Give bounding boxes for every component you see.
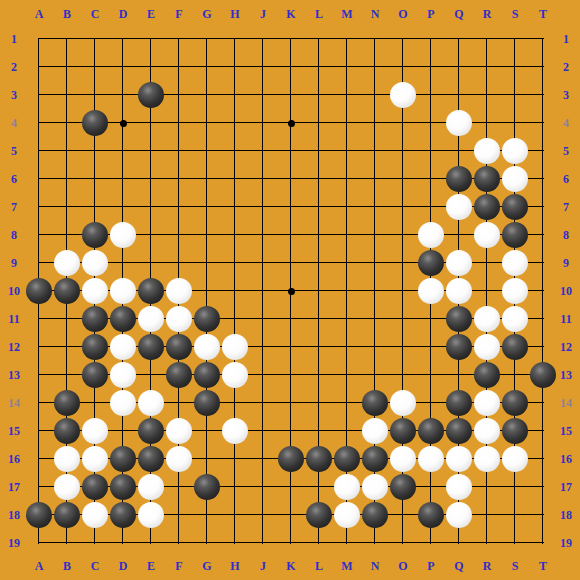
- intersection-D10[interactable]: [109, 277, 137, 305]
- intersection-Q15[interactable]: [445, 417, 473, 445]
- intersection-Q11[interactable]: [445, 305, 473, 333]
- intersection-M9[interactable]: [333, 249, 361, 277]
- intersection-G9[interactable]: [193, 249, 221, 277]
- intersection-J17[interactable]: [249, 473, 277, 501]
- intersection-R19[interactable]: [473, 529, 501, 557]
- intersection-J10[interactable]: [249, 277, 277, 305]
- intersection-D14[interactable]: [109, 389, 137, 417]
- intersection-D6[interactable]: [109, 165, 137, 193]
- intersection-B13[interactable]: [53, 361, 81, 389]
- intersection-K9[interactable]: [277, 249, 305, 277]
- intersection-K2[interactable]: [277, 53, 305, 81]
- intersection-D4[interactable]: [109, 109, 137, 137]
- intersection-M17[interactable]: [333, 473, 361, 501]
- intersection-B18[interactable]: [53, 501, 81, 529]
- intersection-T19[interactable]: [529, 529, 557, 557]
- intersection-L14[interactable]: [305, 389, 333, 417]
- intersection-G11[interactable]: [193, 305, 221, 333]
- intersection-C4[interactable]: [81, 109, 109, 137]
- intersection-N15[interactable]: [361, 417, 389, 445]
- intersection-M11[interactable]: [333, 305, 361, 333]
- intersection-A6[interactable]: [25, 165, 53, 193]
- intersection-M12[interactable]: [333, 333, 361, 361]
- intersection-L2[interactable]: [305, 53, 333, 81]
- intersection-M2[interactable]: [333, 53, 361, 81]
- intersection-M13[interactable]: [333, 361, 361, 389]
- intersection-E4[interactable]: [137, 109, 165, 137]
- intersection-K11[interactable]: [277, 305, 305, 333]
- intersection-S1[interactable]: [501, 25, 529, 53]
- intersection-R6[interactable]: [473, 165, 501, 193]
- intersection-O3[interactable]: [389, 81, 417, 109]
- intersection-H6[interactable]: [221, 165, 249, 193]
- intersection-G12[interactable]: [193, 333, 221, 361]
- intersection-K18[interactable]: [277, 501, 305, 529]
- intersection-E7[interactable]: [137, 193, 165, 221]
- intersection-O13[interactable]: [389, 361, 417, 389]
- intersection-H16[interactable]: [221, 445, 249, 473]
- intersection-Q9[interactable]: [445, 249, 473, 277]
- intersection-N9[interactable]: [361, 249, 389, 277]
- intersection-G3[interactable]: [193, 81, 221, 109]
- intersection-N12[interactable]: [361, 333, 389, 361]
- intersection-M14[interactable]: [333, 389, 361, 417]
- intersection-O16[interactable]: [389, 445, 417, 473]
- intersection-S10[interactable]: [501, 277, 529, 305]
- intersection-T11[interactable]: [529, 305, 557, 333]
- intersection-N8[interactable]: [361, 221, 389, 249]
- intersection-S17[interactable]: [501, 473, 529, 501]
- intersection-G13[interactable]: [193, 361, 221, 389]
- intersection-M3[interactable]: [333, 81, 361, 109]
- intersection-L6[interactable]: [305, 165, 333, 193]
- intersection-A13[interactable]: [25, 361, 53, 389]
- intersection-P3[interactable]: [417, 81, 445, 109]
- intersection-R2[interactable]: [473, 53, 501, 81]
- intersection-R15[interactable]: [473, 417, 501, 445]
- intersection-J14[interactable]: [249, 389, 277, 417]
- intersection-R18[interactable]: [473, 501, 501, 529]
- intersection-S14[interactable]: [501, 389, 529, 417]
- intersection-P10[interactable]: [417, 277, 445, 305]
- intersection-K1[interactable]: [277, 25, 305, 53]
- intersection-B9[interactable]: [53, 249, 81, 277]
- intersection-F15[interactable]: [165, 417, 193, 445]
- intersection-F18[interactable]: [165, 501, 193, 529]
- intersection-T9[interactable]: [529, 249, 557, 277]
- intersection-R12[interactable]: [473, 333, 501, 361]
- intersection-P9[interactable]: [417, 249, 445, 277]
- intersection-B7[interactable]: [53, 193, 81, 221]
- intersection-T3[interactable]: [529, 81, 557, 109]
- intersection-N4[interactable]: [361, 109, 389, 137]
- intersection-R5[interactable]: [473, 137, 501, 165]
- intersection-H15[interactable]: [221, 417, 249, 445]
- intersection-N11[interactable]: [361, 305, 389, 333]
- intersection-K17[interactable]: [277, 473, 305, 501]
- intersection-L7[interactable]: [305, 193, 333, 221]
- intersection-E5[interactable]: [137, 137, 165, 165]
- intersection-L16[interactable]: [305, 445, 333, 473]
- intersection-R16[interactable]: [473, 445, 501, 473]
- intersection-F19[interactable]: [165, 529, 193, 557]
- intersection-P6[interactable]: [417, 165, 445, 193]
- intersection-J2[interactable]: [249, 53, 277, 81]
- intersection-C6[interactable]: [81, 165, 109, 193]
- intersection-Q1[interactable]: [445, 25, 473, 53]
- intersection-C2[interactable]: [81, 53, 109, 81]
- intersection-C1[interactable]: [81, 25, 109, 53]
- intersection-N18[interactable]: [361, 501, 389, 529]
- intersection-F6[interactable]: [165, 165, 193, 193]
- intersection-S8[interactable]: [501, 221, 529, 249]
- intersection-S6[interactable]: [501, 165, 529, 193]
- intersection-L9[interactable]: [305, 249, 333, 277]
- intersection-D2[interactable]: [109, 53, 137, 81]
- intersection-H12[interactable]: [221, 333, 249, 361]
- intersection-R3[interactable]: [473, 81, 501, 109]
- intersection-D9[interactable]: [109, 249, 137, 277]
- intersection-F3[interactable]: [165, 81, 193, 109]
- intersection-O8[interactable]: [389, 221, 417, 249]
- intersection-N16[interactable]: [361, 445, 389, 473]
- intersection-G14[interactable]: [193, 389, 221, 417]
- intersection-R8[interactable]: [473, 221, 501, 249]
- intersection-T6[interactable]: [529, 165, 557, 193]
- intersection-F4[interactable]: [165, 109, 193, 137]
- intersection-L4[interactable]: [305, 109, 333, 137]
- intersection-T7[interactable]: [529, 193, 557, 221]
- intersection-A11[interactable]: [25, 305, 53, 333]
- intersection-D18[interactable]: [109, 501, 137, 529]
- intersection-C13[interactable]: [81, 361, 109, 389]
- intersection-T4[interactable]: [529, 109, 557, 137]
- intersection-O14[interactable]: [389, 389, 417, 417]
- intersection-S12[interactable]: [501, 333, 529, 361]
- intersection-O17[interactable]: [389, 473, 417, 501]
- intersection-N2[interactable]: [361, 53, 389, 81]
- intersection-O1[interactable]: [389, 25, 417, 53]
- intersection-P7[interactable]: [417, 193, 445, 221]
- intersection-T16[interactable]: [529, 445, 557, 473]
- intersection-C17[interactable]: [81, 473, 109, 501]
- intersection-O4[interactable]: [389, 109, 417, 137]
- intersection-L11[interactable]: [305, 305, 333, 333]
- intersection-H19[interactable]: [221, 529, 249, 557]
- intersection-M7[interactable]: [333, 193, 361, 221]
- intersection-G18[interactable]: [193, 501, 221, 529]
- intersection-R9[interactable]: [473, 249, 501, 277]
- intersection-E1[interactable]: [137, 25, 165, 53]
- intersection-D11[interactable]: [109, 305, 137, 333]
- intersection-B15[interactable]: [53, 417, 81, 445]
- intersection-J18[interactable]: [249, 501, 277, 529]
- intersection-A1[interactable]: [25, 25, 53, 53]
- intersection-O18[interactable]: [389, 501, 417, 529]
- intersection-A12[interactable]: [25, 333, 53, 361]
- intersection-H1[interactable]: [221, 25, 249, 53]
- intersection-P16[interactable]: [417, 445, 445, 473]
- intersection-P12[interactable]: [417, 333, 445, 361]
- intersection-J3[interactable]: [249, 81, 277, 109]
- intersection-M18[interactable]: [333, 501, 361, 529]
- intersection-O19[interactable]: [389, 529, 417, 557]
- intersection-K8[interactable]: [277, 221, 305, 249]
- intersection-B3[interactable]: [53, 81, 81, 109]
- intersection-P13[interactable]: [417, 361, 445, 389]
- intersection-M6[interactable]: [333, 165, 361, 193]
- intersection-F8[interactable]: [165, 221, 193, 249]
- intersection-A16[interactable]: [25, 445, 53, 473]
- intersection-F9[interactable]: [165, 249, 193, 277]
- intersection-N17[interactable]: [361, 473, 389, 501]
- intersection-Q13[interactable]: [445, 361, 473, 389]
- intersection-M16[interactable]: [333, 445, 361, 473]
- intersection-P5[interactable]: [417, 137, 445, 165]
- intersection-H2[interactable]: [221, 53, 249, 81]
- intersection-J11[interactable]: [249, 305, 277, 333]
- intersection-G16[interactable]: [193, 445, 221, 473]
- intersection-D5[interactable]: [109, 137, 137, 165]
- intersection-K16[interactable]: [277, 445, 305, 473]
- intersection-S18[interactable]: [501, 501, 529, 529]
- intersection-G8[interactable]: [193, 221, 221, 249]
- intersection-A5[interactable]: [25, 137, 53, 165]
- intersection-T2[interactable]: [529, 53, 557, 81]
- intersection-H4[interactable]: [221, 109, 249, 137]
- intersection-K14[interactable]: [277, 389, 305, 417]
- intersection-E16[interactable]: [137, 445, 165, 473]
- intersection-B16[interactable]: [53, 445, 81, 473]
- intersection-A7[interactable]: [25, 193, 53, 221]
- intersection-T10[interactable]: [529, 277, 557, 305]
- intersection-Q3[interactable]: [445, 81, 473, 109]
- intersection-K4[interactable]: [277, 109, 305, 137]
- intersection-C15[interactable]: [81, 417, 109, 445]
- intersection-G7[interactable]: [193, 193, 221, 221]
- intersection-C9[interactable]: [81, 249, 109, 277]
- intersection-J7[interactable]: [249, 193, 277, 221]
- intersection-J6[interactable]: [249, 165, 277, 193]
- intersection-M15[interactable]: [333, 417, 361, 445]
- intersection-A2[interactable]: [25, 53, 53, 81]
- intersection-S9[interactable]: [501, 249, 529, 277]
- intersection-Q8[interactable]: [445, 221, 473, 249]
- intersection-E2[interactable]: [137, 53, 165, 81]
- intersection-J5[interactable]: [249, 137, 277, 165]
- intersection-A17[interactable]: [25, 473, 53, 501]
- intersection-K13[interactable]: [277, 361, 305, 389]
- intersection-O9[interactable]: [389, 249, 417, 277]
- intersection-P15[interactable]: [417, 417, 445, 445]
- intersection-H17[interactable]: [221, 473, 249, 501]
- intersection-B8[interactable]: [53, 221, 81, 249]
- intersection-A14[interactable]: [25, 389, 53, 417]
- intersection-Q2[interactable]: [445, 53, 473, 81]
- intersection-N10[interactable]: [361, 277, 389, 305]
- intersection-D8[interactable]: [109, 221, 137, 249]
- intersection-J15[interactable]: [249, 417, 277, 445]
- intersection-T8[interactable]: [529, 221, 557, 249]
- intersection-D3[interactable]: [109, 81, 137, 109]
- intersection-P8[interactable]: [417, 221, 445, 249]
- intersection-L12[interactable]: [305, 333, 333, 361]
- intersection-R13[interactable]: [473, 361, 501, 389]
- intersection-B17[interactable]: [53, 473, 81, 501]
- intersection-A10[interactable]: [25, 277, 53, 305]
- intersection-C16[interactable]: [81, 445, 109, 473]
- intersection-D7[interactable]: [109, 193, 137, 221]
- intersection-E9[interactable]: [137, 249, 165, 277]
- intersection-H8[interactable]: [221, 221, 249, 249]
- intersection-C12[interactable]: [81, 333, 109, 361]
- intersection-G1[interactable]: [193, 25, 221, 53]
- intersection-B2[interactable]: [53, 53, 81, 81]
- intersection-Q4[interactable]: [445, 109, 473, 137]
- intersection-T12[interactable]: [529, 333, 557, 361]
- intersection-L5[interactable]: [305, 137, 333, 165]
- intersection-A18[interactable]: [25, 501, 53, 529]
- intersection-C19[interactable]: [81, 529, 109, 557]
- intersection-F14[interactable]: [165, 389, 193, 417]
- intersection-F5[interactable]: [165, 137, 193, 165]
- intersection-N13[interactable]: [361, 361, 389, 389]
- intersection-T17[interactable]: [529, 473, 557, 501]
- intersection-M4[interactable]: [333, 109, 361, 137]
- intersection-L13[interactable]: [305, 361, 333, 389]
- intersection-Q19[interactable]: [445, 529, 473, 557]
- intersection-L18[interactable]: [305, 501, 333, 529]
- intersection-Q17[interactable]: [445, 473, 473, 501]
- intersection-T18[interactable]: [529, 501, 557, 529]
- intersection-J9[interactable]: [249, 249, 277, 277]
- intersection-R1[interactable]: [473, 25, 501, 53]
- intersection-S3[interactable]: [501, 81, 529, 109]
- intersection-H7[interactable]: [221, 193, 249, 221]
- intersection-B10[interactable]: [53, 277, 81, 305]
- intersection-Q12[interactable]: [445, 333, 473, 361]
- intersection-S4[interactable]: [501, 109, 529, 137]
- intersection-N14[interactable]: [361, 389, 389, 417]
- intersection-O6[interactable]: [389, 165, 417, 193]
- intersection-D16[interactable]: [109, 445, 137, 473]
- intersection-H3[interactable]: [221, 81, 249, 109]
- intersection-C3[interactable]: [81, 81, 109, 109]
- intersection-H13[interactable]: [221, 361, 249, 389]
- intersection-F2[interactable]: [165, 53, 193, 81]
- intersection-H10[interactable]: [221, 277, 249, 305]
- intersection-K5[interactable]: [277, 137, 305, 165]
- intersection-Q7[interactable]: [445, 193, 473, 221]
- intersection-T1[interactable]: [529, 25, 557, 53]
- intersection-C10[interactable]: [81, 277, 109, 305]
- intersection-J13[interactable]: [249, 361, 277, 389]
- intersection-E10[interactable]: [137, 277, 165, 305]
- intersection-O10[interactable]: [389, 277, 417, 305]
- intersection-O12[interactable]: [389, 333, 417, 361]
- intersection-R11[interactable]: [473, 305, 501, 333]
- intersection-B14[interactable]: [53, 389, 81, 417]
- intersection-N5[interactable]: [361, 137, 389, 165]
- intersection-Q14[interactable]: [445, 389, 473, 417]
- intersection-K15[interactable]: [277, 417, 305, 445]
- intersection-R7[interactable]: [473, 193, 501, 221]
- intersection-B19[interactable]: [53, 529, 81, 557]
- intersection-P2[interactable]: [417, 53, 445, 81]
- intersection-S7[interactable]: [501, 193, 529, 221]
- intersection-K12[interactable]: [277, 333, 305, 361]
- intersection-D12[interactable]: [109, 333, 137, 361]
- intersection-Q18[interactable]: [445, 501, 473, 529]
- intersection-H5[interactable]: [221, 137, 249, 165]
- intersection-O15[interactable]: [389, 417, 417, 445]
- intersection-E15[interactable]: [137, 417, 165, 445]
- intersection-R10[interactable]: [473, 277, 501, 305]
- intersection-G10[interactable]: [193, 277, 221, 305]
- intersection-E3[interactable]: [137, 81, 165, 109]
- intersection-T14[interactable]: [529, 389, 557, 417]
- intersection-F16[interactable]: [165, 445, 193, 473]
- intersection-H14[interactable]: [221, 389, 249, 417]
- intersection-C7[interactable]: [81, 193, 109, 221]
- intersection-R14[interactable]: [473, 389, 501, 417]
- intersection-L17[interactable]: [305, 473, 333, 501]
- intersection-O7[interactable]: [389, 193, 417, 221]
- intersection-B12[interactable]: [53, 333, 81, 361]
- intersection-P1[interactable]: [417, 25, 445, 53]
- intersection-E12[interactable]: [137, 333, 165, 361]
- intersection-L1[interactable]: [305, 25, 333, 53]
- intersection-S19[interactable]: [501, 529, 529, 557]
- intersection-O2[interactable]: [389, 53, 417, 81]
- intersection-G19[interactable]: [193, 529, 221, 557]
- intersection-S2[interactable]: [501, 53, 529, 81]
- intersection-A15[interactable]: [25, 417, 53, 445]
- intersection-N1[interactable]: [361, 25, 389, 53]
- intersection-C5[interactable]: [81, 137, 109, 165]
- intersection-E18[interactable]: [137, 501, 165, 529]
- intersection-J8[interactable]: [249, 221, 277, 249]
- intersection-E8[interactable]: [137, 221, 165, 249]
- intersection-M5[interactable]: [333, 137, 361, 165]
- intersection-T13[interactable]: [529, 361, 557, 389]
- intersection-A4[interactable]: [25, 109, 53, 137]
- intersection-K10[interactable]: [277, 277, 305, 305]
- intersection-Q10[interactable]: [445, 277, 473, 305]
- intersection-P14[interactable]: [417, 389, 445, 417]
- intersection-M10[interactable]: [333, 277, 361, 305]
- intersection-L3[interactable]: [305, 81, 333, 109]
- intersection-P11[interactable]: [417, 305, 445, 333]
- intersection-N7[interactable]: [361, 193, 389, 221]
- intersection-E13[interactable]: [137, 361, 165, 389]
- intersection-G5[interactable]: [193, 137, 221, 165]
- intersection-R4[interactable]: [473, 109, 501, 137]
- intersection-A9[interactable]: [25, 249, 53, 277]
- intersection-N6[interactable]: [361, 165, 389, 193]
- intersection-G4[interactable]: [193, 109, 221, 137]
- intersection-G15[interactable]: [193, 417, 221, 445]
- intersection-P18[interactable]: [417, 501, 445, 529]
- intersection-J4[interactable]: [249, 109, 277, 137]
- intersection-M19[interactable]: [333, 529, 361, 557]
- intersection-D1[interactable]: [109, 25, 137, 53]
- intersection-C18[interactable]: [81, 501, 109, 529]
- intersection-S11[interactable]: [501, 305, 529, 333]
- intersection-F12[interactable]: [165, 333, 193, 361]
- intersection-E14[interactable]: [137, 389, 165, 417]
- intersection-C11[interactable]: [81, 305, 109, 333]
